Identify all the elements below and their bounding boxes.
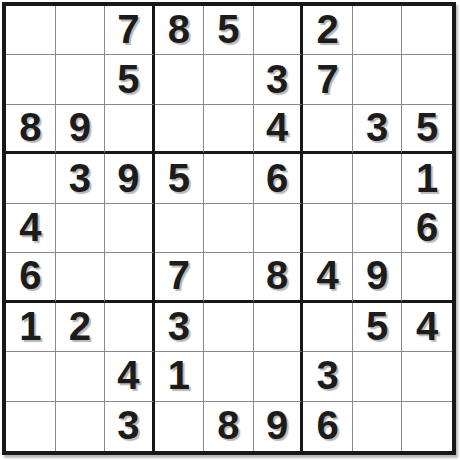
cell-r6c6[interactable]: 8: [254, 253, 304, 302]
cell-r1c6[interactable]: [254, 6, 304, 55]
cell-r4c1[interactable]: [6, 154, 56, 203]
given-digit: 3: [366, 107, 388, 147]
cell-r6c7[interactable]: 4: [303, 253, 353, 302]
given-digit: 1: [416, 158, 438, 198]
given-digit: 8: [19, 107, 41, 147]
cell-r5c9[interactable]: 6: [402, 204, 452, 253]
cell-r1c7[interactable]: 2: [303, 6, 353, 55]
given-digit: 3: [69, 158, 91, 198]
given-digit: 4: [416, 306, 438, 346]
sudoku-board: 785253789435395614667849123544133896: [2, 2, 456, 455]
cell-r7c5[interactable]: [204, 303, 254, 352]
given-digit: 6: [19, 255, 41, 295]
cell-r5c5[interactable]: [204, 204, 254, 253]
cell-r8c1[interactable]: [6, 352, 56, 401]
cell-r7c7[interactable]: [303, 303, 353, 352]
given-digit: 6: [266, 158, 288, 198]
cell-r4c3[interactable]: 9: [105, 154, 155, 203]
cell-r7c6[interactable]: [254, 303, 304, 352]
given-digit: 3: [117, 405, 139, 445]
cell-r8c5[interactable]: [204, 352, 254, 401]
cell-r2c4[interactable]: [155, 55, 205, 104]
cell-r8c8[interactable]: [353, 352, 403, 401]
cell-r2c6[interactable]: 3: [254, 55, 304, 104]
given-digit: 5: [366, 306, 388, 346]
cell-r3c9[interactable]: 5: [402, 105, 452, 154]
given-digit: 6: [316, 405, 338, 445]
cell-r8c3[interactable]: 4: [105, 352, 155, 401]
cell-r6c8[interactable]: 9: [353, 253, 403, 302]
cell-r4c2[interactable]: 3: [56, 154, 106, 203]
cell-r5c2[interactable]: [56, 204, 106, 253]
given-digit: 9: [69, 107, 91, 147]
cell-r4c8[interactable]: [353, 154, 403, 203]
given-digit: 4: [19, 207, 41, 247]
cell-r7c4[interactable]: 3: [155, 303, 205, 352]
given-digit: 6: [416, 207, 438, 247]
given-digit: 9: [117, 158, 139, 198]
cell-r1c2[interactable]: [56, 6, 106, 55]
given-digit: 5: [416, 107, 438, 147]
cell-r9c5[interactable]: 8: [204, 402, 254, 451]
given-digit: 4: [266, 107, 288, 147]
given-digit: 1: [168, 355, 190, 395]
given-digit: 9: [366, 255, 388, 295]
given-digit: 2: [69, 306, 91, 346]
cell-r4c5[interactable]: [204, 154, 254, 203]
cell-r5c3[interactable]: [105, 204, 155, 253]
cell-r7c8[interactable]: 5: [353, 303, 403, 352]
cell-r9c1[interactable]: [6, 402, 56, 451]
cell-r3c7[interactable]: [303, 105, 353, 154]
cell-r2c9[interactable]: [402, 55, 452, 104]
cell-r1c3[interactable]: 7: [105, 6, 155, 55]
given-digit: 8: [168, 9, 190, 49]
given-digit: 3: [266, 59, 288, 99]
cell-r6c2[interactable]: [56, 253, 106, 302]
cell-r5c1[interactable]: 4: [6, 204, 56, 253]
cell-r3c1[interactable]: 8: [6, 105, 56, 154]
given-digit: 4: [316, 255, 338, 295]
cell-r3c8[interactable]: 3: [353, 105, 403, 154]
cell-r5c6[interactable]: [254, 204, 304, 253]
cell-r1c8[interactable]: [353, 6, 403, 55]
given-digit: 4: [117, 355, 139, 395]
cell-r9c6[interactable]: 9: [254, 402, 304, 451]
cell-r6c3[interactable]: [105, 253, 155, 302]
cell-r9c3[interactable]: 3: [105, 402, 155, 451]
given-digit: 5: [217, 9, 239, 49]
cell-r3c3[interactable]: [105, 105, 155, 154]
cell-r1c5[interactable]: 5: [204, 6, 254, 55]
given-digit: 5: [168, 158, 190, 198]
given-digit: 5: [117, 59, 139, 99]
cell-r4c9[interactable]: 1: [402, 154, 452, 203]
given-digit: 8: [266, 255, 288, 295]
cell-r8c6[interactable]: [254, 352, 304, 401]
cell-r1c4[interactable]: 8: [155, 6, 205, 55]
cell-r1c9[interactable]: [402, 6, 452, 55]
cell-r6c1[interactable]: 6: [6, 253, 56, 302]
given-digit: 7: [168, 255, 190, 295]
given-digit: 8: [217, 405, 239, 445]
given-digit: 1: [19, 306, 41, 346]
cell-r2c2[interactable]: [56, 55, 106, 104]
cell-r8c9[interactable]: [402, 352, 452, 401]
cell-r9c9[interactable]: [402, 402, 452, 451]
cell-r5c4[interactable]: [155, 204, 205, 253]
cell-r2c7[interactable]: 7: [303, 55, 353, 104]
cell-r3c4[interactable]: [155, 105, 205, 154]
given-digit: 2: [316, 9, 338, 49]
cell-r6c9[interactable]: [402, 253, 452, 302]
cell-r5c8[interactable]: [353, 204, 403, 253]
cell-r9c4[interactable]: [155, 402, 205, 451]
cell-r3c5[interactable]: [204, 105, 254, 154]
cell-r2c3[interactable]: 5: [105, 55, 155, 104]
cell-r2c8[interactable]: [353, 55, 403, 104]
cell-r4c7[interactable]: [303, 154, 353, 203]
sudoku-page: 785253789435395614667849123544133896: [0, 0, 460, 460]
cell-r8c7[interactable]: 3: [303, 352, 353, 401]
cell-r9c8[interactable]: [353, 402, 403, 451]
given-digit: 9: [266, 405, 288, 445]
cell-r7c2[interactable]: 2: [56, 303, 106, 352]
cell-r7c9[interactable]: 4: [402, 303, 452, 352]
cell-r6c4[interactable]: 7: [155, 253, 205, 302]
cell-r5c7[interactable]: [303, 204, 353, 253]
cell-r3c6[interactable]: 4: [254, 105, 304, 154]
given-digit: 7: [117, 9, 139, 49]
cell-r8c4[interactable]: 1: [155, 352, 205, 401]
cell-r4c6[interactable]: 6: [254, 154, 304, 203]
cell-r7c1[interactable]: 1: [6, 303, 56, 352]
cell-r6c5[interactable]: [204, 253, 254, 302]
cell-r9c2[interactable]: [56, 402, 106, 451]
given-digit: 3: [168, 306, 190, 346]
cell-r1c1[interactable]: [6, 6, 56, 55]
cell-r2c1[interactable]: [6, 55, 56, 104]
cell-r8c2[interactable]: [56, 352, 106, 401]
cell-r2c5[interactable]: [204, 55, 254, 104]
given-digit: 3: [316, 355, 338, 395]
cell-r7c3[interactable]: [105, 303, 155, 352]
cell-r3c2[interactable]: 9: [56, 105, 106, 154]
given-digit: 7: [316, 59, 338, 99]
cell-r9c7[interactable]: 6: [303, 402, 353, 451]
cell-r4c4[interactable]: 5: [155, 154, 205, 203]
